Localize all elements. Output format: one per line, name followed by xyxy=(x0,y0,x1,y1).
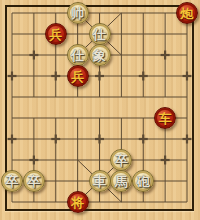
piece-gold-horse[interactable]: 馬 xyxy=(110,170,132,192)
piece-glyph: 卒 xyxy=(111,150,131,171)
piece-glyph: 卒 xyxy=(2,171,22,192)
piece-gold-soldier[interactable]: 卒 xyxy=(23,170,45,192)
piece-gold-soldier[interactable]: 卒 xyxy=(110,149,132,171)
piece-glyph: 将 xyxy=(68,192,88,213)
piece-red-soldier[interactable]: 兵 xyxy=(67,65,89,87)
piece-gold-advisor[interactable]: 仕 xyxy=(89,23,111,45)
piece-glyph: 炮 xyxy=(177,3,197,24)
piece-red-cannon[interactable]: 炮 xyxy=(176,2,198,24)
piece-glyph: 砲 xyxy=(133,171,153,192)
piece-glyph: 车 xyxy=(155,108,175,129)
piece-glyph: 仕 xyxy=(90,24,110,45)
piece-gold-chariot[interactable]: 車 xyxy=(89,170,111,192)
piece-red-general[interactable]: 将 xyxy=(67,191,89,213)
pieces-layer: 帅仕仕象卒卒卒車馬砲炮兵兵车将 xyxy=(0,0,200,220)
piece-gold-general[interactable]: 帅 xyxy=(67,2,89,24)
piece-glyph: 仕 xyxy=(68,45,88,66)
piece-gold-soldier[interactable]: 卒 xyxy=(1,170,23,192)
piece-glyph: 兵 xyxy=(68,66,88,87)
xiangqi-board: 帅仕仕象卒卒卒車馬砲炮兵兵车将 xyxy=(0,0,200,220)
piece-gold-advisor[interactable]: 仕 xyxy=(67,44,89,66)
piece-glyph: 車 xyxy=(90,171,110,192)
piece-glyph: 帅 xyxy=(68,3,88,24)
piece-glyph: 馬 xyxy=(111,171,131,192)
piece-red-chariot[interactable]: 车 xyxy=(154,107,176,129)
piece-gold-cannon[interactable]: 砲 xyxy=(132,170,154,192)
piece-gold-elephant[interactable]: 象 xyxy=(89,44,111,66)
piece-glyph: 兵 xyxy=(46,24,66,45)
piece-red-soldier[interactable]: 兵 xyxy=(45,23,67,45)
piece-glyph: 卒 xyxy=(24,171,44,192)
piece-glyph: 象 xyxy=(90,45,110,66)
